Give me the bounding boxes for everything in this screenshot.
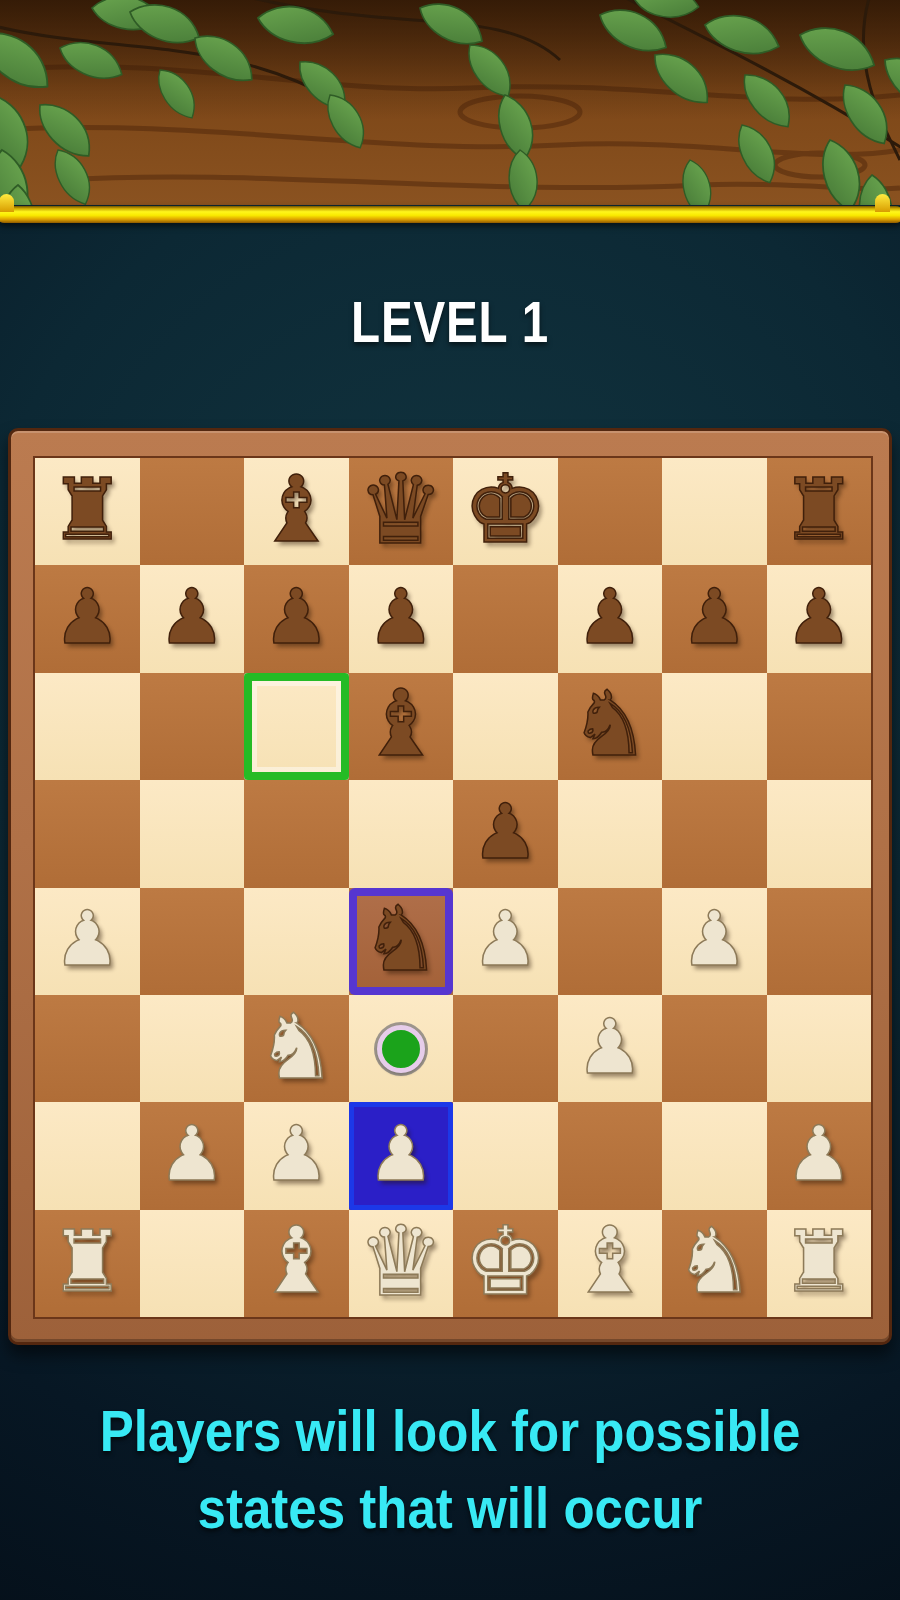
square-e7[interactable] [453,565,558,672]
piece-white-king: ♚ [463,1214,548,1309]
square-g2[interactable] [662,1102,767,1209]
square-e8[interactable]: ♚ [453,458,558,565]
square-a8[interactable]: ♜ [35,458,140,565]
square-a5[interactable] [35,780,140,887]
piece-black-rook: ♜ [49,467,125,552]
piece-white-bishop: ♝ [569,1215,651,1307]
square-h6[interactable] [767,673,872,780]
square-c8[interactable]: ♝ [244,458,349,565]
square-f6[interactable]: ♞ [558,673,663,780]
square-g1[interactable]: ♞ [662,1210,767,1317]
square-c3[interactable]: ♞ [244,995,349,1102]
chess-board: ♜♝♛♚♜♟♟♟♟♟♟♟♝♞♟♟♞♟♟♞♟♟♟♟♟♜♝♛♚♝♞♜ [35,458,871,1317]
square-d2[interactable]: ♟ [349,1102,454,1209]
square-f8[interactable] [558,458,663,565]
square-f3[interactable]: ♟ [558,995,663,1102]
piece-black-pawn: ♟ [262,579,330,655]
piece-black-pawn: ♟ [471,794,539,870]
square-h5[interactable] [767,780,872,887]
level-title: LEVEL 1 [81,288,819,355]
gold-bar-left-curl [0,194,14,212]
square-e2[interactable] [453,1102,558,1209]
square-c2[interactable]: ♟ [244,1102,349,1209]
square-g7[interactable]: ♟ [662,565,767,672]
tutorial-caption: Players will look for possible states th… [54,1392,846,1546]
square-a3[interactable] [35,995,140,1102]
piece-white-knight: ♞ [674,1216,755,1306]
square-g3[interactable] [662,995,767,1102]
square-c7[interactable]: ♟ [244,565,349,672]
square-d8[interactable]: ♛ [349,458,454,565]
piece-black-pawn: ♟ [785,579,853,655]
piece-white-knight: ♞ [256,1002,337,1092]
square-g4[interactable]: ♟ [662,888,767,995]
square-b7[interactable]: ♟ [140,565,245,672]
square-a7[interactable]: ♟ [35,565,140,672]
square-b5[interactable] [140,780,245,887]
square-e1[interactable]: ♚ [453,1210,558,1317]
square-a1[interactable]: ♜ [35,1210,140,1317]
square-f4[interactable] [558,888,663,995]
square-e4[interactable]: ♟ [453,888,558,995]
square-h3[interactable] [767,995,872,1102]
move-target-dot [377,1025,425,1073]
square-d1[interactable]: ♛ [349,1210,454,1317]
piece-white-pawn: ♟ [262,1116,330,1192]
piece-black-queen: ♛ [357,461,444,558]
piece-white-pawn: ♟ [471,901,539,977]
square-b8[interactable] [140,458,245,565]
piece-black-pawn: ♟ [367,579,435,655]
square-f1[interactable]: ♝ [558,1210,663,1317]
square-e6[interactable] [453,673,558,780]
square-b1[interactable] [140,1210,245,1317]
piece-white-pawn: ♟ [53,901,121,977]
square-a4[interactable]: ♟ [35,888,140,995]
square-b4[interactable] [140,888,245,995]
piece-black-knight: ♞ [569,679,650,769]
chess-board-frame: ♜♝♛♚♜♟♟♟♟♟♟♟♝♞♟♟♞♟♟♞♟♟♟♟♟♜♝♛♚♝♞♜ [8,428,892,1345]
square-h4[interactable] [767,888,872,995]
square-d5[interactable] [349,780,454,887]
piece-black-king: ♚ [463,462,548,557]
piece-black-pawn: ♟ [576,579,644,655]
square-d4[interactable]: ♞ [349,888,454,995]
piece-black-knight: ♞ [360,894,441,984]
square-d7[interactable]: ♟ [349,565,454,672]
wood-header-banner [0,0,900,205]
square-b3[interactable] [140,995,245,1102]
square-g8[interactable] [662,458,767,565]
square-a6[interactable] [35,673,140,780]
square-f7[interactable]: ♟ [558,565,663,672]
square-h7[interactable]: ♟ [767,565,872,672]
square-g6[interactable] [662,673,767,780]
tutorial-caption-line2: states that will occur [54,1469,846,1546]
piece-white-rook: ♜ [49,1219,125,1304]
square-b2[interactable]: ♟ [140,1102,245,1209]
tree-leaves-decoration [0,0,900,205]
gold-bar-right-curl [875,194,890,212]
piece-black-pawn: ♟ [158,579,226,655]
square-f5[interactable] [558,780,663,887]
piece-white-rook: ♜ [781,1219,857,1304]
tutorial-caption-line1: Players will look for possible [54,1392,846,1469]
piece-white-pawn: ♟ [158,1116,226,1192]
square-d3[interactable] [349,995,454,1102]
gold-divider-bar [0,206,900,223]
piece-black-pawn: ♟ [53,579,121,655]
piece-white-pawn: ♟ [785,1116,853,1192]
square-c5[interactable] [244,780,349,887]
piece-white-pawn: ♟ [680,901,748,977]
square-h8[interactable]: ♜ [767,458,872,565]
square-b6[interactable] [140,673,245,780]
square-a2[interactable] [35,1102,140,1209]
square-f2[interactable] [558,1102,663,1209]
square-h1[interactable]: ♜ [767,1210,872,1317]
square-d6[interactable]: ♝ [349,673,454,780]
square-c4[interactable] [244,888,349,995]
piece-white-pawn: ♟ [367,1116,435,1192]
square-c1[interactable]: ♝ [244,1210,349,1317]
piece-black-pawn: ♟ [680,579,748,655]
piece-black-bishop: ♝ [255,464,337,556]
piece-black-bishop: ♝ [360,678,442,770]
square-c6[interactable] [244,673,349,780]
square-h2[interactable]: ♟ [767,1102,872,1209]
square-g5[interactable] [662,780,767,887]
piece-white-bishop: ♝ [255,1215,337,1307]
piece-black-rook: ♜ [781,467,857,552]
piece-white-queen: ♛ [357,1213,444,1310]
piece-white-pawn: ♟ [576,1009,644,1085]
square-e5[interactable]: ♟ [453,780,558,887]
square-e3[interactable] [453,995,558,1102]
